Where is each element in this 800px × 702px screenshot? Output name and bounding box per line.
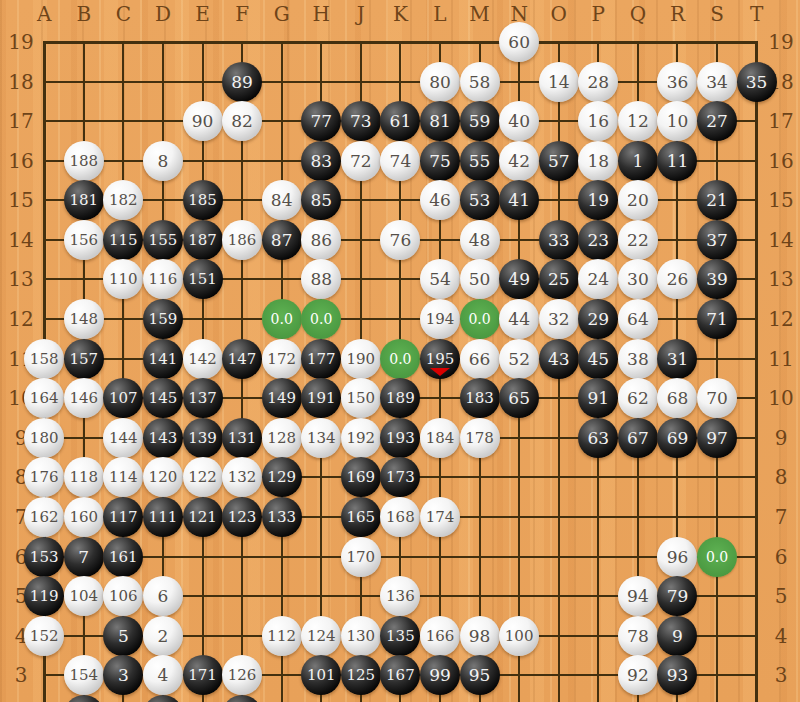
stone-P11[interactable]: 45: [578, 339, 618, 379]
stone-B11[interactable]: 157: [64, 339, 104, 379]
stone-move-number: 93: [667, 665, 689, 685]
stone-move-number: 139: [188, 429, 217, 447]
stone-move-number: 96: [667, 547, 689, 567]
board-row-label-left: 12: [4, 309, 38, 329]
stone-G4[interactable]: 112: [262, 616, 302, 656]
stone-C9[interactable]: 144: [103, 418, 143, 458]
stone-P10[interactable]: 91: [578, 378, 618, 418]
stone-N4[interactable]: 100: [499, 616, 539, 656]
stone-B10[interactable]: 146: [64, 378, 104, 418]
stone-L15[interactable]: 46: [420, 180, 460, 220]
stone-move-number: 159: [149, 310, 178, 328]
stone-O12[interactable]: 32: [539, 299, 579, 339]
stone-L16[interactable]: 75: [420, 141, 460, 181]
stone-F9[interactable]: 131: [222, 418, 262, 458]
stone-F8[interactable]: 132: [222, 457, 262, 497]
stone-F11[interactable]: 147: [222, 339, 262, 379]
stone-B6[interactable]: 7: [64, 537, 104, 577]
stone-G8[interactable]: 129: [262, 457, 302, 497]
stone-R10[interactable]: 68: [657, 378, 697, 418]
stone-S13[interactable]: 39: [697, 259, 737, 299]
stone-move-number: 41: [508, 190, 530, 210]
stone-B15[interactable]: 181: [64, 180, 104, 220]
stone-N15[interactable]: 41: [499, 180, 539, 220]
stone-A6[interactable]: 153: [24, 537, 64, 577]
stone-E14[interactable]: 187: [183, 220, 223, 260]
stone-O14[interactable]: 33: [539, 220, 579, 260]
stone-move-number: 191: [307, 389, 336, 407]
stone-move-number: 172: [267, 350, 296, 368]
stone-move-number: 48: [469, 230, 491, 250]
stone-E10[interactable]: 137: [183, 378, 223, 418]
stone-G12[interactable]: 0.0: [262, 299, 302, 339]
board-row-label-right: 6: [766, 547, 796, 567]
stone-move-number: 88: [310, 269, 332, 289]
board-row-label-right: 4: [766, 626, 796, 646]
board-row-label-left: 3: [4, 665, 38, 685]
stone-K9[interactable]: 193: [380, 418, 420, 458]
stone-E3[interactable]: 171: [183, 655, 223, 695]
stone-move-number: 36: [667, 72, 689, 92]
stone-B8[interactable]: 118: [64, 457, 104, 497]
stone-move-number: 188: [69, 152, 98, 170]
stone-H4[interactable]: 124: [301, 616, 341, 656]
stone-move-number: 29: [587, 309, 609, 329]
stone-Q16[interactable]: 1: [618, 141, 658, 181]
stone-M18[interactable]: 58: [460, 62, 500, 102]
stone-move-number: 112: [267, 627, 296, 645]
board-row-label-right: 13: [766, 269, 796, 289]
stone-P12[interactable]: 29: [578, 299, 618, 339]
stone-H11[interactable]: 177: [301, 339, 341, 379]
stone-G7[interactable]: 133: [262, 497, 302, 537]
stone-M11[interactable]: 66: [460, 339, 500, 379]
stone-S6[interactable]: 0.0: [697, 537, 737, 577]
stone-move-number: 31: [667, 349, 689, 369]
stone-P17[interactable]: 16: [578, 101, 618, 141]
stone-E13[interactable]: 151: [183, 259, 223, 299]
stone-M14[interactable]: 48: [460, 220, 500, 260]
stone-move-number: 168: [386, 508, 415, 526]
stone-A11[interactable]: 158: [24, 339, 64, 379]
stone-S10[interactable]: 70: [697, 378, 737, 418]
stone-move-number: 37: [706, 230, 728, 250]
stone-S18[interactable]: 34: [697, 62, 737, 102]
stone-G15[interactable]: 84: [262, 180, 302, 220]
stone-D10[interactable]: 145: [143, 378, 183, 418]
stone-D3[interactable]: 4: [143, 655, 183, 695]
stone-D5[interactable]: 6: [143, 576, 183, 616]
stone-F18[interactable]: 89: [222, 62, 262, 102]
stone-N13[interactable]: 49: [499, 259, 539, 299]
board-column-label: N: [504, 4, 534, 24]
stone-M13[interactable]: 50: [460, 259, 500, 299]
stone-D2[interactable]: [143, 695, 183, 702]
stone-D16[interactable]: 8: [143, 141, 183, 181]
stone-F14[interactable]: 186: [222, 220, 262, 260]
stone-K5[interactable]: 136: [380, 576, 420, 616]
stone-D14[interactable]: 155: [143, 220, 183, 260]
stone-move-number: 68: [667, 388, 689, 408]
stone-move-number: 148: [69, 310, 98, 328]
stone-move-number: 131: [228, 429, 257, 447]
stone-R18[interactable]: 36: [657, 62, 697, 102]
stone-N12[interactable]: 44: [499, 299, 539, 339]
stone-J11[interactable]: 190: [341, 339, 381, 379]
stone-K7[interactable]: 168: [380, 497, 420, 537]
stone-D7[interactable]: 111: [143, 497, 183, 537]
stone-move-number: 135: [386, 627, 415, 645]
stone-A7[interactable]: 162: [24, 497, 64, 537]
board-row-label-left: 19: [4, 32, 38, 52]
grid-horizontal-line: [43, 41, 758, 44]
stone-P16[interactable]: 18: [578, 141, 618, 181]
stone-move-number: 64: [627, 309, 649, 329]
stone-move-number: 177: [307, 350, 336, 368]
stone-move-number: 6: [158, 586, 169, 606]
board-row-label-left: 15: [4, 190, 38, 210]
stone-M16[interactable]: 55: [460, 141, 500, 181]
stone-H17[interactable]: 77: [301, 101, 341, 141]
stone-L9[interactable]: 184: [420, 418, 460, 458]
stone-Q15[interactable]: 20: [618, 180, 658, 220]
stone-move-number: 4: [158, 665, 169, 685]
stone-move-number: 122: [188, 468, 217, 486]
stone-L12[interactable]: 194: [420, 299, 460, 339]
stone-Q13[interactable]: 30: [618, 259, 658, 299]
stone-F3[interactable]: 126: [222, 655, 262, 695]
stone-H13[interactable]: 88: [301, 259, 341, 299]
stone-Q3[interactable]: 92: [618, 655, 658, 695]
stone-move-number: 55: [469, 151, 491, 171]
stone-C10[interactable]: 107: [103, 378, 143, 418]
stone-E11[interactable]: 142: [183, 339, 223, 379]
stone-N19[interactable]: 60: [499, 22, 539, 62]
stone-move-number: 75: [429, 151, 451, 171]
board-column-label: S: [702, 4, 732, 24]
stone-move-number: 58: [469, 72, 491, 92]
stone-D11[interactable]: 141: [143, 339, 183, 379]
stone-move-number: 186: [228, 231, 257, 249]
stone-move-number: 0.0: [468, 311, 490, 327]
stone-move-number: 90: [192, 111, 214, 131]
stone-D9[interactable]: 143: [143, 418, 183, 458]
stone-L3[interactable]: 99: [420, 655, 460, 695]
stone-move-number: 114: [109, 468, 138, 486]
stone-J6[interactable]: 170: [341, 537, 381, 577]
stone-move-number: 20: [627, 190, 649, 210]
stone-M12[interactable]: 0.0: [460, 299, 500, 339]
stone-H10[interactable]: 191: [301, 378, 341, 418]
stone-R16[interactable]: 11: [657, 141, 697, 181]
stone-C4[interactable]: 5: [103, 616, 143, 656]
stone-H16[interactable]: 83: [301, 141, 341, 181]
stone-B12[interactable]: 148: [64, 299, 104, 339]
stone-H14[interactable]: 86: [301, 220, 341, 260]
stone-G9[interactable]: 128: [262, 418, 302, 458]
stone-move-number: 0.0: [271, 311, 293, 327]
stone-C8[interactable]: 114: [103, 457, 143, 497]
stone-K11[interactable]: 0.0: [380, 339, 420, 379]
stone-Q10[interactable]: 62: [618, 378, 658, 418]
stone-D4[interactable]: 2: [143, 616, 183, 656]
stone-R4[interactable]: 9: [657, 616, 697, 656]
stone-R3[interactable]: 93: [657, 655, 697, 695]
stone-S9[interactable]: 97: [697, 418, 737, 458]
stone-R13[interactable]: 26: [657, 259, 697, 299]
stone-C7[interactable]: 117: [103, 497, 143, 537]
stone-move-number: 97: [706, 428, 728, 448]
stone-F7[interactable]: 123: [222, 497, 262, 537]
stone-move-number: 195: [426, 350, 455, 368]
stone-Q11[interactable]: 38: [618, 339, 658, 379]
stone-O11[interactable]: 43: [539, 339, 579, 379]
stone-R5[interactable]: 79: [657, 576, 697, 616]
stone-move-number: 174: [426, 508, 455, 526]
board-column-label: C: [108, 4, 138, 24]
stone-G10[interactable]: 149: [262, 378, 302, 418]
stone-M17[interactable]: 59: [460, 101, 500, 141]
stone-move-number: 157: [69, 350, 98, 368]
board-column-label: M: [465, 4, 495, 24]
board-row-label-right: 3: [766, 665, 796, 685]
stone-D13[interactable]: 116: [143, 259, 183, 299]
stone-move-number: 185: [188, 191, 217, 209]
stone-B2[interactable]: [64, 695, 104, 702]
stone-K3[interactable]: 167: [380, 655, 420, 695]
stone-B7[interactable]: 160: [64, 497, 104, 537]
stone-R17[interactable]: 10: [657, 101, 697, 141]
stone-K4[interactable]: 135: [380, 616, 420, 656]
stone-move-number: 193: [386, 429, 415, 447]
stone-R11[interactable]: 31: [657, 339, 697, 379]
stone-M10[interactable]: 183: [460, 378, 500, 418]
stone-move-number: 12: [627, 111, 649, 131]
stone-Q14[interactable]: 22: [618, 220, 658, 260]
stone-move-number: 30: [627, 269, 649, 289]
stone-R6[interactable]: 96: [657, 537, 697, 577]
stone-move-number: 57: [548, 151, 570, 171]
stone-S12[interactable]: 71: [697, 299, 737, 339]
stone-Q9[interactable]: 67: [618, 418, 658, 458]
stone-B14[interactable]: 156: [64, 220, 104, 260]
last-move-marker-icon: [430, 368, 450, 376]
stone-move-number: 91: [587, 388, 609, 408]
stone-L7[interactable]: 174: [420, 497, 460, 537]
stone-K14[interactable]: 76: [380, 220, 420, 260]
stone-O18[interactable]: 14: [539, 62, 579, 102]
stone-K17[interactable]: 61: [380, 101, 420, 141]
stone-Q12[interactable]: 64: [618, 299, 658, 339]
stone-G14[interactable]: 87: [262, 220, 302, 260]
stone-move-number: 16: [587, 111, 609, 131]
stone-L18[interactable]: 80: [420, 62, 460, 102]
stone-M3[interactable]: 95: [460, 655, 500, 695]
board-row-label-right: 7: [766, 507, 796, 527]
stone-Q4[interactable]: 78: [618, 616, 658, 656]
board-row-label-right: 19: [766, 32, 796, 52]
stone-N17[interactable]: 40: [499, 101, 539, 141]
stone-move-number: 184: [426, 429, 455, 447]
stone-M9[interactable]: 178: [460, 418, 500, 458]
stone-C5[interactable]: 106: [103, 576, 143, 616]
stone-J10[interactable]: 150: [341, 378, 381, 418]
stone-move-number: 111: [149, 508, 178, 526]
stone-A9[interactable]: 180: [24, 418, 64, 458]
board-column-label: D: [148, 4, 178, 24]
stone-Q17[interactable]: 12: [618, 101, 658, 141]
stone-M15[interactable]: 53: [460, 180, 500, 220]
stone-B5[interactable]: 104: [64, 576, 104, 616]
stone-P15[interactable]: 19: [578, 180, 618, 220]
stone-A10[interactable]: 164: [24, 378, 64, 418]
stone-C13[interactable]: 110: [103, 259, 143, 299]
stone-move-number: 11: [667, 151, 689, 171]
board-row-label-right: 9: [766, 428, 796, 448]
stone-E9[interactable]: 139: [183, 418, 223, 458]
stone-D8[interactable]: 120: [143, 457, 183, 497]
stone-J17[interactable]: 73: [341, 101, 381, 141]
stone-J8[interactable]: 169: [341, 457, 381, 497]
stone-O16[interactable]: 57: [539, 141, 579, 181]
stone-M4[interactable]: 98: [460, 616, 500, 656]
board-row-label-right: 11: [766, 349, 796, 369]
stone-K8[interactable]: 173: [380, 457, 420, 497]
stone-N11[interactable]: 52: [499, 339, 539, 379]
stone-move-number: 170: [347, 548, 376, 566]
board-row-label-right: 16: [766, 151, 796, 171]
stone-H15[interactable]: 85: [301, 180, 341, 220]
stone-move-number: 77: [310, 111, 332, 131]
stone-F17[interactable]: 82: [222, 101, 262, 141]
stone-E7[interactable]: 121: [183, 497, 223, 537]
stone-H9[interactable]: 134: [301, 418, 341, 458]
stone-C14[interactable]: 115: [103, 220, 143, 260]
stone-move-number: 146: [69, 389, 98, 407]
stone-H3[interactable]: 101: [301, 655, 341, 695]
stone-move-number: 153: [30, 548, 59, 566]
stone-move-number: 0.0: [389, 351, 411, 367]
go-board: ABCDEFGHJKLMNOPQRST191918181717161615151…: [0, 0, 800, 702]
stone-L17[interactable]: 81: [420, 101, 460, 141]
stone-move-number: 43: [548, 349, 570, 369]
stone-move-number: 132: [228, 468, 257, 486]
stone-O13[interactable]: 25: [539, 259, 579, 299]
stone-K10[interactable]: 189: [380, 378, 420, 418]
stone-T18[interactable]: 35: [737, 62, 777, 102]
stone-move-number: 9: [672, 626, 683, 646]
stone-move-number: 25: [548, 269, 570, 289]
stone-K16[interactable]: 74: [380, 141, 420, 181]
stone-C3[interactable]: 3: [103, 655, 143, 695]
stone-move-number: 74: [390, 151, 412, 171]
board-column-label: G: [267, 4, 297, 24]
stone-Q5[interactable]: 94: [618, 576, 658, 616]
stone-E17[interactable]: 90: [183, 101, 223, 141]
stone-J4[interactable]: 130: [341, 616, 381, 656]
stone-move-number: 92: [627, 665, 649, 685]
stone-move-number: 192: [347, 429, 376, 447]
board-column-label: P: [583, 4, 613, 24]
stone-move-number: 130: [347, 627, 376, 645]
stone-move-number: 171: [188, 666, 217, 684]
stone-S14[interactable]: 37: [697, 220, 737, 260]
stone-B16[interactable]: 188: [64, 141, 104, 181]
stone-E15[interactable]: 185: [183, 180, 223, 220]
stone-R9[interactable]: 69: [657, 418, 697, 458]
stone-move-number: 67: [627, 428, 649, 448]
stone-move-number: 119: [30, 587, 59, 605]
board-column-label: J: [346, 4, 376, 24]
stone-move-number: 136: [386, 587, 415, 605]
board-row-label-right: 12: [766, 309, 796, 329]
stone-J16[interactable]: 72: [341, 141, 381, 181]
stone-N10[interactable]: 65: [499, 378, 539, 418]
stone-move-number: 190: [347, 350, 376, 368]
stone-P9[interactable]: 63: [578, 418, 618, 458]
stone-E8[interactable]: 122: [183, 457, 223, 497]
stone-move-number: 22: [627, 230, 649, 250]
stone-move-number: 99: [429, 665, 451, 685]
stone-L11[interactable]: 195: [420, 339, 460, 379]
stone-D12[interactable]: 159: [143, 299, 183, 339]
board-row-label-left: 13: [4, 269, 38, 289]
board-row-label-right: 15: [766, 190, 796, 210]
stone-move-number: 14: [548, 72, 570, 92]
stone-move-number: 120: [149, 468, 178, 486]
stone-move-number: 66: [469, 349, 491, 369]
stone-move-number: 10: [667, 111, 689, 131]
stone-move-number: 133: [267, 508, 296, 526]
stone-C15[interactable]: 182: [103, 180, 143, 220]
stone-N16[interactable]: 42: [499, 141, 539, 181]
stone-move-number: 151: [188, 270, 217, 288]
stone-move-number: 189: [386, 389, 415, 407]
board-row-label-right: 17: [766, 111, 796, 131]
stone-A8[interactable]: 176: [24, 457, 64, 497]
stone-S15[interactable]: 21: [697, 180, 737, 220]
stone-C6[interactable]: 161: [103, 537, 143, 577]
stone-move-number: 27: [706, 111, 728, 131]
stone-S17[interactable]: 27: [697, 101, 737, 141]
stone-A4[interactable]: 152: [24, 616, 64, 656]
stone-P13[interactable]: 24: [578, 259, 618, 299]
stone-move-number: 87: [271, 230, 293, 250]
stone-move-number: 94: [627, 586, 649, 606]
stone-move-number: 49: [508, 269, 530, 289]
stone-move-number: 95: [469, 665, 491, 685]
stone-J3[interactable]: 125: [341, 655, 381, 695]
stone-A5[interactable]: 119: [24, 576, 64, 616]
stone-L4[interactable]: 166: [420, 616, 460, 656]
stone-J7[interactable]: 165: [341, 497, 381, 537]
stone-move-number: 145: [149, 389, 178, 407]
stone-F2[interactable]: [222, 695, 262, 702]
stone-J9[interactable]: 192: [341, 418, 381, 458]
stone-move-number: 3: [118, 665, 129, 685]
stone-move-number: 23: [587, 230, 609, 250]
board-column-label: F: [227, 4, 257, 24]
stone-L13[interactable]: 54: [420, 259, 460, 299]
stone-move-number: 0.0: [706, 549, 728, 565]
board-column-label: K: [385, 4, 415, 24]
stone-B3[interactable]: 154: [64, 655, 104, 695]
stone-P14[interactable]: 23: [578, 220, 618, 260]
stone-G11[interactable]: 172: [262, 339, 302, 379]
stone-move-number: 137: [188, 389, 217, 407]
stone-P18[interactable]: 28: [578, 62, 618, 102]
stone-H12[interactable]: 0.0: [301, 299, 341, 339]
